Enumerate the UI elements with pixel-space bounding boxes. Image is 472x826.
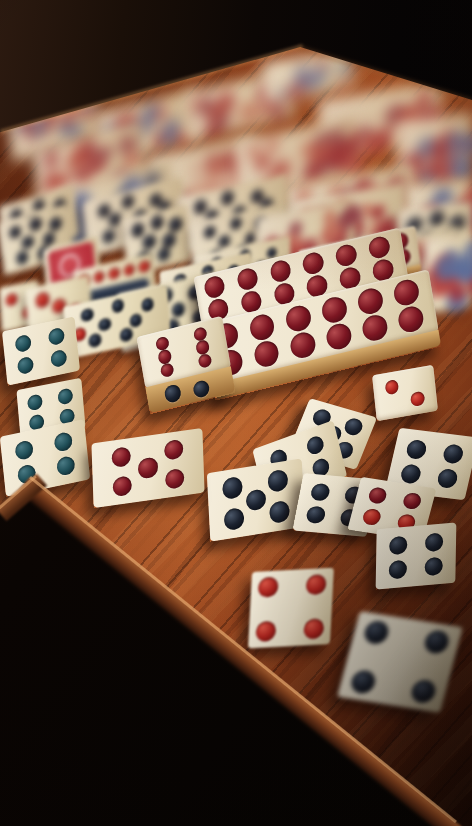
pip-red bbox=[384, 379, 399, 395]
pip-maroon bbox=[248, 312, 276, 342]
pip-teal bbox=[15, 439, 34, 461]
pip-maroon bbox=[160, 362, 175, 379]
pip-maroon bbox=[112, 476, 132, 498]
mottle-spot bbox=[43, 150, 59, 169]
pip-navy bbox=[164, 384, 182, 404]
pip-navy bbox=[81, 307, 94, 322]
pip-teal bbox=[53, 431, 72, 453]
pip-navy bbox=[405, 439, 428, 460]
pip-navy bbox=[436, 468, 459, 489]
mottle-spot bbox=[97, 144, 113, 163]
pip-navy bbox=[422, 629, 451, 655]
pip-red bbox=[138, 259, 150, 273]
pip-navy bbox=[168, 216, 182, 233]
pip-navy bbox=[21, 234, 35, 250]
pip-navy bbox=[150, 215, 164, 232]
dominoes-table-photo bbox=[0, 0, 472, 826]
pip-maroon bbox=[195, 339, 210, 356]
pip-navy bbox=[89, 333, 102, 348]
pip-navy bbox=[120, 327, 133, 342]
pip-navy bbox=[223, 507, 244, 531]
pip-maroon bbox=[197, 353, 212, 370]
pip-navy bbox=[142, 233, 156, 250]
pip-maroon bbox=[397, 304, 425, 334]
pip-navy bbox=[203, 224, 216, 239]
pip-maroon bbox=[252, 339, 280, 369]
pip-red bbox=[362, 508, 382, 526]
pip-maroon bbox=[164, 438, 184, 460]
pip-navy bbox=[141, 297, 154, 312]
pip-maroon bbox=[368, 235, 392, 260]
pip-teal bbox=[14, 334, 32, 354]
pip-navy bbox=[389, 536, 407, 556]
tile-face bbox=[248, 568, 334, 649]
pip-red bbox=[123, 263, 135, 277]
mottle-spot bbox=[188, 157, 208, 180]
pip-navy bbox=[220, 190, 234, 206]
pip-navy bbox=[111, 298, 124, 313]
mottle-spot bbox=[315, 66, 327, 79]
pip-maroon bbox=[361, 313, 389, 343]
pip-navy bbox=[171, 301, 186, 318]
pip-navy bbox=[29, 216, 43, 232]
pip-red bbox=[303, 618, 324, 639]
pip-maroon bbox=[289, 330, 317, 360]
pip-navy bbox=[131, 222, 145, 239]
domino-tile-s11 bbox=[376, 522, 457, 589]
pip-navy bbox=[98, 317, 111, 332]
pip-navy bbox=[429, 210, 445, 228]
pip-teal bbox=[57, 387, 73, 405]
pip-navy bbox=[222, 476, 243, 500]
pip-navy bbox=[305, 434, 326, 457]
mottle-spot bbox=[266, 138, 280, 154]
pip-red bbox=[5, 292, 18, 307]
pip-maroon bbox=[165, 468, 185, 490]
pip-maroon bbox=[356, 286, 384, 316]
domino-tile-s13 bbox=[337, 611, 463, 713]
pip-red bbox=[306, 574, 327, 595]
pip-navy bbox=[349, 669, 378, 695]
pip-teal bbox=[17, 356, 35, 376]
pip-navy bbox=[343, 416, 365, 436]
pip-maroon bbox=[203, 274, 227, 299]
pip-maroon bbox=[320, 295, 348, 325]
pip-navy bbox=[269, 500, 290, 524]
pip-navy bbox=[121, 194, 135, 210]
pip-navy bbox=[162, 232, 176, 249]
pip-red bbox=[108, 266, 120, 280]
pip-navy bbox=[129, 313, 142, 328]
tile-face bbox=[337, 611, 463, 713]
pip-navy bbox=[108, 212, 122, 228]
pip-maroon bbox=[335, 243, 359, 268]
pip-maroon bbox=[284, 303, 312, 333]
pip-maroon bbox=[392, 277, 420, 307]
pip-navy bbox=[441, 443, 464, 464]
pip-teal bbox=[27, 393, 43, 411]
pip-navy bbox=[8, 224, 22, 240]
pip-navy bbox=[267, 469, 288, 493]
pip-maroon bbox=[236, 266, 260, 291]
pip-red bbox=[93, 270, 105, 284]
pip-navy bbox=[229, 216, 242, 231]
pip-navy bbox=[399, 464, 422, 485]
pip-maroon bbox=[111, 446, 131, 468]
tile-face bbox=[376, 522, 457, 589]
pip-navy bbox=[16, 250, 30, 266]
pip-red bbox=[35, 291, 50, 309]
pip-navy bbox=[388, 560, 406, 580]
pip-navy bbox=[49, 216, 63, 232]
pip-red bbox=[256, 621, 277, 642]
mottle-spot bbox=[298, 73, 313, 90]
pip-navy bbox=[245, 488, 266, 512]
pip-navy bbox=[218, 234, 231, 249]
pip-navy bbox=[305, 506, 326, 525]
pip-maroon bbox=[269, 258, 293, 283]
pip-navy bbox=[156, 246, 170, 263]
pip-navy bbox=[363, 620, 392, 646]
pip-navy bbox=[193, 199, 207, 215]
mottle-spot bbox=[239, 102, 257, 123]
pip-navy bbox=[42, 231, 56, 247]
pip-navy bbox=[425, 533, 443, 553]
pip-red bbox=[411, 391, 426, 407]
pip-maroon bbox=[367, 487, 387, 505]
pip-teal bbox=[48, 327, 66, 347]
pip-maroon bbox=[157, 349, 172, 366]
pip-navy bbox=[192, 379, 210, 399]
pip-teal bbox=[56, 455, 75, 477]
pip-teal bbox=[50, 348, 68, 368]
pip-red bbox=[258, 577, 279, 598]
pip-maroon bbox=[138, 457, 158, 479]
pip-maroon bbox=[402, 492, 422, 510]
domino-tile-s12 bbox=[248, 568, 334, 649]
pip-navy bbox=[310, 483, 331, 502]
pip-maroon bbox=[302, 251, 326, 276]
mottle-spot bbox=[277, 87, 288, 99]
pip-navy bbox=[425, 557, 443, 577]
pip-navy bbox=[102, 228, 116, 244]
mottle-spot bbox=[152, 134, 165, 149]
pip-navy bbox=[409, 679, 438, 705]
pip-maroon bbox=[325, 322, 353, 352]
